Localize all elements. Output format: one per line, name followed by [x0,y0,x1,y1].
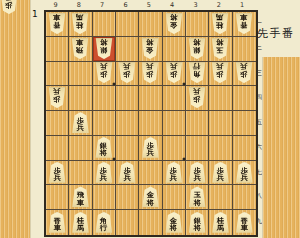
sente-piece-8-8[interactable]: 飛車 [71,186,89,207]
piece-kanji: 兵 [123,175,130,183]
board-cell-4-5[interactable] [163,111,186,136]
piece-kanji: 行 [193,63,200,71]
sente-piece-4-9[interactable]: 金将 [165,212,183,233]
board-cell-5-9[interactable] [139,210,162,235]
board-cell-2-5[interactable] [209,111,232,136]
piece-kanji: 兵 [100,63,107,71]
sente-piece-9-7[interactable]: 歩兵 [48,162,66,183]
board-cell-8-3[interactable] [69,62,92,87]
board-cell-8-5[interactable]: 歩兵 [69,111,92,136]
sente-piece-3-8[interactable]: 玉将 [188,186,206,207]
board-cell-9-9[interactable]: 香車 [46,210,69,235]
shogi-diagram: 歩 兵 1 香車桂馬金将桂馬香車飛車銀将金将銀将玉将歩兵歩兵歩兵歩兵角行歩兵歩兵… [0,0,300,238]
sente-piece-5-6[interactable]: 歩兵 [141,137,159,158]
board-cell-9-8[interactable] [46,185,69,210]
piece-kanji: 兵 [123,63,130,71]
piece-kanji: 歩 [100,70,107,78]
board-cell-9-5[interactable] [46,111,69,136]
board-cell-5-1[interactable] [139,12,162,37]
board-cell-1-7[interactable]: 歩兵 [233,161,256,186]
rank-label-2: 二 [255,44,263,53]
gote-piece-3-2[interactable]: 銀将 [188,38,206,59]
piece-kanji: 将 [193,38,200,46]
board-cell-1-1[interactable]: 香車 [233,12,256,37]
board-cell-4-7[interactable]: 歩兵 [163,161,186,186]
gote-piece-2-3[interactable]: 歩兵 [211,63,229,84]
gote-piece-1-3[interactable]: 歩兵 [235,63,253,84]
board-cell-5-5[interactable] [139,111,162,136]
board-cell-9-1[interactable]: 香車 [46,12,69,37]
gote-piece-8-2[interactable]: 飛車 [71,38,89,59]
board-cell-5-3[interactable]: 歩兵 [139,62,162,87]
piece-kanji: 兵 [193,175,200,183]
board-cell-2-8[interactable] [209,185,232,210]
gote-hand-piece-pawn[interactable]: 歩 兵 [9,4,27,25]
file-label-8: 8 [67,1,90,9]
board-cell-5-6[interactable]: 歩兵 [139,136,162,161]
piece-kanji: 将 [193,200,200,208]
gote-hand-area: 歩 兵 [0,0,31,238]
board-cell-1-6[interactable] [233,136,256,161]
piece-kanji: 車 [241,225,248,233]
piece-kanji: 兵 [193,87,200,95]
piece-kanji: 馬 [217,225,224,233]
board-cell-9-7[interactable]: 歩兵 [46,161,69,186]
board-cell-6-4[interactable] [116,86,139,111]
star-point [183,83,186,86]
gote-piece-9-4[interactable]: 歩兵 [48,87,66,108]
piece-kanji: 角 [193,70,200,78]
board-cell-3-4[interactable]: 歩兵 [186,86,209,111]
piece-kanji: 将 [100,150,107,158]
board-cell-9-4[interactable]: 歩兵 [46,86,69,111]
board-cell-4-8[interactable] [163,185,186,210]
sente-piece-1-9[interactable]: 香車 [235,212,253,233]
sente-piece-7-9[interactable]: 角行 [95,212,113,233]
piece-kanji: 兵 [170,63,177,71]
star-point [113,157,116,160]
piece-kanji: 将 [170,225,177,233]
board-cell-6-3[interactable]: 歩兵 [116,62,139,87]
board-cell-6-2[interactable] [116,37,139,62]
file-label-7: 7 [91,1,114,9]
board-cell-8-7[interactable] [69,161,92,186]
file-label-2: 2 [207,1,230,9]
piece-kanji: 歩 [241,70,248,78]
board-cell-3-9[interactable]: 銀将 [186,210,209,235]
piece-kanji: 将 [147,38,154,46]
file-label-9: 9 [44,1,67,9]
board-cell-4-9[interactable]: 金将 [163,210,186,235]
gote-piece-5-3[interactable]: 歩兵 [141,63,159,84]
sente-piece-8-5[interactable]: 歩兵 [71,112,89,133]
piece-kanji: 歩 [53,95,60,103]
gote-hand-pawn-count: 1 [32,9,44,19]
board-cell-7-4[interactable] [93,86,116,111]
board-cell-5-2[interactable]: 金将 [139,37,162,62]
gote-piece-6-3[interactable]: 歩兵 [118,63,136,84]
board-cell-6-7[interactable]: 歩兵 [116,161,139,186]
board-cell-2-2[interactable]: 玉将 [209,37,232,62]
piece-kanji: 兵 [217,175,224,183]
board-cell-1-3[interactable]: 歩兵 [233,62,256,87]
board-cell-7-5[interactable] [93,111,116,136]
gote-piece-9-1[interactable]: 香車 [48,13,66,34]
gote-piece-4-1[interactable]: 金将 [165,13,183,34]
board-cell-5-7[interactable] [139,161,162,186]
board-cell-8-6[interactable] [69,136,92,161]
board-cell-3-3[interactable]: 角行 [186,62,209,87]
piece-kanji: 馬 [77,225,84,233]
piece-kanji: 兵 [217,63,224,71]
sente-piece-3-9[interactable]: 銀将 [188,212,206,233]
turn-indicator: 先手番 [257,26,299,41]
shogi-board: 香車桂馬金将桂馬香車飛車銀将金将銀将玉将歩兵歩兵歩兵歩兵角行歩兵歩兵歩兵歩兵歩兵… [44,10,258,237]
piece-kanji: 兵 [170,175,177,183]
piece-kanji: 将 [100,38,107,46]
board-cell-1-4[interactable] [233,86,256,111]
file-label-4: 4 [161,1,184,9]
board-cell-2-3[interactable]: 歩兵 [209,62,232,87]
board-cell-6-6[interactable] [116,136,139,161]
board-cell-7-2[interactable]: 銀将 [93,37,116,62]
board-cell-4-2[interactable] [163,37,186,62]
piece-kanji: 歩 [170,70,177,78]
board-cell-9-3[interactable] [46,62,69,87]
piece-kanji: 歩 [193,95,200,103]
board-cell-9-6[interactable] [46,136,69,161]
piece-kanji: 歩 [123,70,130,78]
sente-piece-4-7[interactable]: 歩兵 [165,162,183,183]
piece-kanji: 兵 [241,175,248,183]
piece-kanji: 兵 [147,63,154,71]
piece-kanji: 将 [170,13,177,21]
piece-kanji: 車 [53,225,60,233]
sente-piece-2-9[interactable]: 桂馬 [211,212,229,233]
board-cell-3-6[interactable] [186,136,209,161]
board-cell-3-8[interactable]: 玉将 [186,185,209,210]
board-cell-1-9[interactable]: 香車 [233,210,256,235]
board-cell-2-6[interactable] [209,136,232,161]
star-point [113,83,116,86]
sente-hand-area [262,57,300,238]
piece-kanji: 将 [193,225,200,233]
gote-piece-3-3[interactable]: 角行 [188,63,206,84]
board-cell-7-7[interactable]: 歩兵 [93,161,116,186]
piece-kanji: 馬 [77,13,84,21]
sente-piece-9-9[interactable]: 香車 [48,212,66,233]
board-cell-7-1[interactable] [93,12,116,37]
board-cell-7-9[interactable]: 角行 [93,210,116,235]
piece-kanji: 車 [77,38,84,46]
sente-piece-3-7[interactable]: 歩兵 [188,162,206,183]
sente-piece-2-7[interactable]: 歩兵 [211,162,229,183]
piece-kanji: 兵 [77,126,84,134]
file-label-3: 3 [184,1,207,9]
star-point [183,157,186,160]
sente-piece-1-7[interactable]: 歩兵 [235,162,253,183]
board-cell-2-1[interactable]: 桂馬 [209,12,232,37]
piece-kanji: 車 [77,200,84,208]
gote-piece-2-1[interactable]: 桂馬 [211,13,229,34]
gote-piece-8-1[interactable]: 桂馬 [71,13,89,34]
piece-kanji: 兵 [241,63,248,71]
board-cell-8-1[interactable]: 桂馬 [69,12,92,37]
file-label-6: 6 [114,1,137,9]
board-cell-8-8[interactable]: 飛車 [69,185,92,210]
board-cell-2-7[interactable]: 歩兵 [209,161,232,186]
board-cell-2-4[interactable] [209,86,232,111]
piece-kanji: 兵 [53,175,60,183]
board-cell-4-4[interactable] [163,86,186,111]
board-cell-2-9[interactable]: 桂馬 [209,210,232,235]
board-cell-3-2[interactable]: 銀将 [186,37,209,62]
board-cell-8-2[interactable]: 飛車 [69,37,92,62]
board-cell-5-4[interactable] [139,86,162,111]
hand-piece-kanji-2: 兵 [5,0,12,1]
board-cell-1-5[interactable] [233,111,256,136]
file-label-5: 5 [137,1,160,9]
board-cell-1-2[interactable] [233,37,256,62]
gote-piece-7-2[interactable]: 銀将 [95,38,113,59]
sente-piece-6-7[interactable]: 歩兵 [118,162,136,183]
piece-kanji: 車 [241,13,248,21]
gote-piece-4-3[interactable]: 歩兵 [165,63,183,84]
piece-kanji: 行 [100,225,107,233]
board-cell-9-2[interactable] [46,37,69,62]
board-cell-4-1[interactable]: 金将 [163,12,186,37]
board-cell-3-7[interactable]: 歩兵 [186,161,209,186]
sente-piece-7-6[interactable]: 銀将 [95,137,113,158]
piece-kanji: 兵 [53,87,60,95]
board-cell-6-8[interactable] [116,185,139,210]
board-cell-7-8[interactable] [93,185,116,210]
piece-kanji: 将 [217,38,224,46]
gote-piece-1-1[interactable]: 香車 [235,13,253,34]
piece-kanji: 車 [53,13,60,21]
board-cell-6-1[interactable] [116,12,139,37]
gote-piece-7-3[interactable]: 歩兵 [95,63,113,84]
piece-kanji: 将 [147,200,154,208]
piece-kanji: 兵 [100,175,107,183]
board-cell-6-5[interactable] [116,111,139,136]
sente-piece-7-7[interactable]: 歩兵 [95,162,113,183]
board-cell-8-4[interactable] [69,86,92,111]
piece-kanji: 歩 [147,70,154,78]
gote-piece-2-2[interactable]: 玉将 [211,38,229,59]
board-cell-3-1[interactable] [186,12,209,37]
sente-piece-8-9[interactable]: 桂馬 [71,212,89,233]
board-cell-8-9[interactable]: 桂馬 [69,210,92,235]
gote-piece-5-2[interactable]: 金将 [141,38,159,59]
board-cell-6-9[interactable] [116,210,139,235]
sente-piece-5-8[interactable]: 金将 [141,186,159,207]
board-cell-3-5[interactable] [186,111,209,136]
piece-kanji: 馬 [217,13,224,21]
piece-kanji: 歩 [217,70,224,78]
board-cell-1-8[interactable] [233,185,256,210]
board-cell-5-8[interactable]: 金将 [139,185,162,210]
gote-piece-3-4[interactable]: 歩兵 [188,87,206,108]
hand-piece-kanji-1: 歩 [5,1,12,9]
piece-kanji: 兵 [147,150,154,158]
file-label-1: 1 [231,1,254,9]
